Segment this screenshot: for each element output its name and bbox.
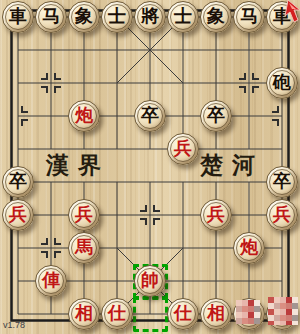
piece-black-soldier[interactable]: 卒: [266, 166, 298, 198]
piece-red-cannon[interactable]: 炮: [68, 100, 100, 132]
piece-red-general[interactable]: 帥: [134, 265, 166, 297]
red-cursor-icon: [284, 0, 300, 26]
piece-glyph: 兵: [207, 205, 225, 223]
piece-black-cannon[interactable]: 砲: [266, 67, 298, 99]
last-move-from: [133, 297, 168, 332]
piece-red-chariot[interactable]: 俥: [35, 265, 67, 297]
mosaic-censor-block: [236, 300, 260, 324]
piece-black-general[interactable]: 將: [134, 1, 166, 33]
xiangqi-board[interactable]: 車马象士將士象马車砲炮卒卒兵卒卒兵兵兵兵馬炮俥帥相仕仕相馬俥: [2, 1, 299, 331]
piece-red-elephant[interactable]: 相: [200, 298, 232, 330]
piece-glyph: 马: [42, 7, 60, 25]
piece-black-soldier[interactable]: 卒: [134, 100, 166, 132]
piece-black-advisor[interactable]: 士: [167, 1, 199, 33]
piece-red-cannon[interactable]: 炮: [233, 232, 265, 264]
piece-black-soldier[interactable]: 卒: [2, 166, 34, 198]
piece-glyph: 砲: [273, 73, 291, 91]
piece-glyph: 兵: [75, 205, 93, 223]
piece-glyph: 卒: [9, 172, 27, 190]
version-label: v1.78: [3, 320, 25, 330]
piece-glyph: 士: [174, 7, 192, 25]
piece-glyph: 象: [75, 7, 93, 25]
piece-glyph: 象: [207, 7, 225, 25]
piece-glyph: 俥: [42, 271, 60, 289]
piece-red-horse[interactable]: 馬: [68, 232, 100, 264]
piece-glyph: 仕: [174, 304, 192, 322]
piece-black-horse[interactable]: 马: [233, 1, 265, 33]
piece-red-soldier[interactable]: 兵: [266, 199, 298, 231]
piece-red-soldier[interactable]: 兵: [2, 199, 34, 231]
piece-glyph: 炮: [240, 238, 258, 256]
piece-glyph: 卒: [207, 106, 225, 124]
piece-glyph: 士: [108, 7, 126, 25]
piece-red-advisor[interactable]: 仕: [167, 298, 199, 330]
piece-red-soldier[interactable]: 兵: [68, 199, 100, 231]
piece-red-soldier[interactable]: 兵: [167, 133, 199, 165]
piece-glyph: 兵: [9, 205, 27, 223]
piece-glyph: 兵: [273, 205, 291, 223]
piece-red-soldier[interactable]: 兵: [200, 199, 232, 231]
piece-glyph: 炮: [75, 106, 93, 124]
piece-glyph: 將: [141, 7, 159, 25]
piece-glyph: 相: [207, 304, 225, 322]
piece-glyph: 馬: [75, 238, 93, 256]
piece-glyph: 卒: [141, 106, 159, 124]
piece-black-elephant[interactable]: 象: [200, 1, 232, 33]
piece-glyph: 兵: [174, 139, 192, 157]
piece-red-advisor[interactable]: 仕: [101, 298, 133, 330]
piece-glyph: 马: [240, 7, 258, 25]
piece-glyph: 車: [9, 7, 27, 25]
piece-black-chariot[interactable]: 車: [2, 1, 34, 33]
piece-glyph: 仕: [108, 304, 126, 322]
piece-black-advisor[interactable]: 士: [101, 1, 133, 33]
piece-red-elephant[interactable]: 相: [68, 298, 100, 330]
xiangqi-app-window: 漢界 楚河 車马象士將士象马車砲炮卒卒兵卒卒兵兵兵兵馬炮俥帥相仕仕相馬俥 v1.…: [0, 0, 300, 334]
piece-black-soldier[interactable]: 卒: [200, 100, 232, 132]
piece-black-elephant[interactable]: 象: [68, 1, 100, 33]
piece-glyph: 帥: [141, 271, 159, 289]
piece-glyph: 卒: [273, 172, 291, 190]
piece-black-horse[interactable]: 马: [35, 1, 67, 33]
piece-glyph: 相: [75, 304, 93, 322]
mosaic-censor-block: [268, 297, 298, 325]
